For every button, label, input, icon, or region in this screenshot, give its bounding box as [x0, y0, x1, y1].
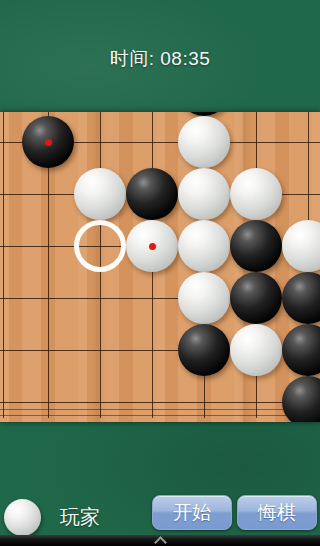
- stone-black: [178, 324, 230, 376]
- board-edge-line: [0, 409, 320, 410]
- stone-white: [126, 220, 178, 272]
- stone-white: [178, 116, 230, 168]
- stone-white: [230, 168, 282, 220]
- grid-line-vertical: [3, 112, 4, 418]
- board-edge-line: [0, 415, 320, 416]
- timer-label: 时间: 08:35: [0, 46, 320, 72]
- player-label: 玩家: [60, 504, 100, 531]
- stone-black: [282, 376, 320, 422]
- last-move-marker: [149, 243, 156, 250]
- bottom-panel: 玩家 开始 悔棋: [0, 422, 320, 535]
- stone-white: [178, 168, 230, 220]
- start-button[interactable]: 开始: [152, 495, 232, 530]
- player-stone-icon: [4, 499, 41, 536]
- stone-white: [282, 220, 320, 272]
- chevron-up-icon: [154, 536, 167, 546]
- title-bar: 时间: 08:35: [0, 0, 320, 112]
- stone-white: [230, 324, 282, 376]
- stone-black: [230, 220, 282, 272]
- stone-black: [126, 168, 178, 220]
- stone-black: [282, 272, 320, 324]
- stone-black: [282, 324, 320, 376]
- stone-black: [22, 116, 74, 168]
- undo-button[interactable]: 悔棋: [237, 495, 317, 530]
- go-board[interactable]: [0, 112, 320, 422]
- move-cursor-ring: [74, 220, 126, 272]
- stone-white: [178, 220, 230, 272]
- grid-line-horizontal: [0, 402, 320, 403]
- system-bar[interactable]: [0, 535, 320, 546]
- stone-black: [230, 272, 282, 324]
- stone-white: [178, 272, 230, 324]
- stone-white: [74, 168, 126, 220]
- last-move-marker: [45, 139, 52, 146]
- app-screen: 时间: 08:35 玩家 开始 悔棋: [0, 0, 320, 546]
